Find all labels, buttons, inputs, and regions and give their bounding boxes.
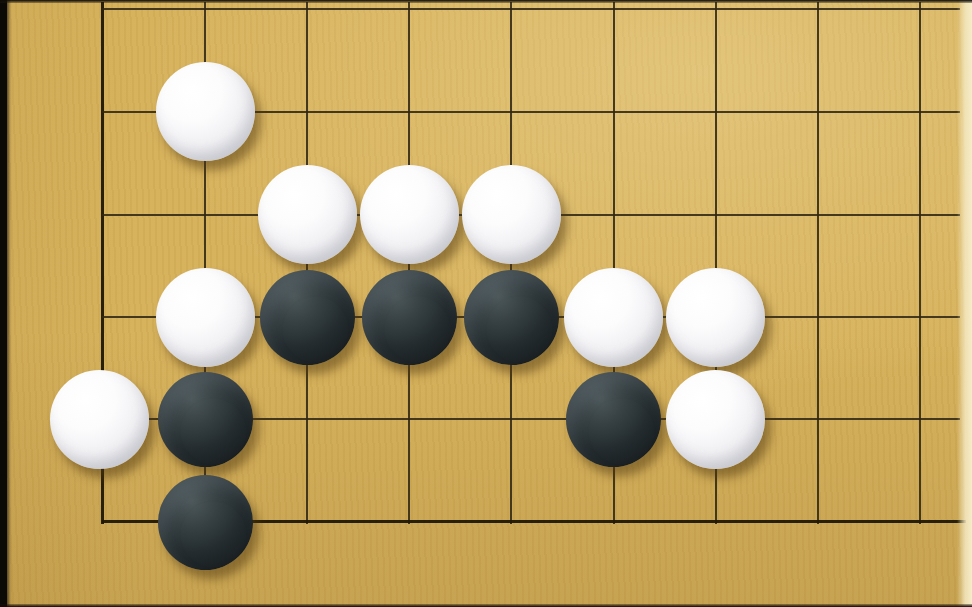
- letterbox-bar-left: [0, 0, 7, 607]
- intersection-F3: [563, 266, 665, 369]
- stone-black: [362, 270, 457, 365]
- intersection-A2: [52, 368, 154, 471]
- video-frame: [0, 0, 972, 607]
- intersection-D3: [358, 266, 460, 369]
- stone-black: [158, 475, 253, 570]
- letterbox-bar-top: [0, 0, 972, 3]
- intersection-E3: [461, 266, 563, 369]
- intersection-C4: [256, 163, 358, 266]
- intersection-F2: [563, 368, 665, 471]
- stone-white: [462, 165, 561, 264]
- intersection-G3: [665, 266, 767, 369]
- stone-black: [464, 270, 559, 365]
- intersection-B1: [154, 471, 256, 574]
- intersection-B3: [154, 266, 256, 369]
- stone-white: [50, 370, 149, 469]
- stone-white: [156, 62, 255, 161]
- stone-white: [360, 165, 459, 264]
- intersection-B2: [154, 368, 256, 471]
- stone-black: [260, 270, 355, 365]
- stone-white: [564, 268, 663, 367]
- intersection-C3: [256, 266, 358, 369]
- intersection-D4: [358, 163, 460, 266]
- stone-black: [566, 372, 661, 467]
- stone-white: [156, 268, 255, 367]
- stone-white: [258, 165, 357, 264]
- board-right-edge-highlight: [957, 0, 972, 607]
- stones-layer: [52, 0, 971, 574]
- stone-black: [158, 372, 253, 467]
- intersection-B5: [154, 61, 256, 164]
- intersection-E4: [461, 163, 563, 266]
- intersection-G2: [665, 368, 767, 471]
- stone-white: [666, 370, 765, 469]
- stone-white: [666, 268, 765, 367]
